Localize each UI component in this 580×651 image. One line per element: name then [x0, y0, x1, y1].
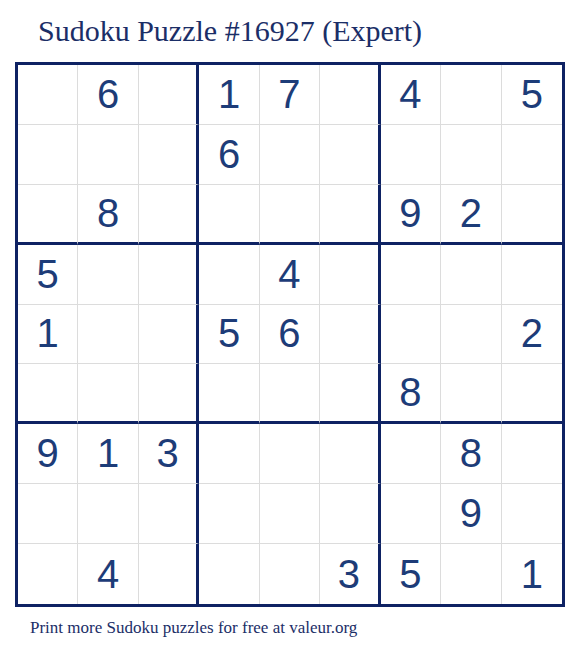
sudoku-cell-r4c4[interactable]: [199, 245, 259, 305]
sudoku-cell-r5c5[interactable]: 6: [260, 305, 320, 365]
sudoku-cell-r2c3[interactable]: [139, 125, 199, 185]
sudoku-cell-r7c6[interactable]: [320, 424, 380, 484]
sudoku-cell-r5c1[interactable]: 1: [18, 305, 78, 365]
sudoku-cell-r1c7[interactable]: 4: [381, 65, 441, 125]
sudoku-cell-r3c4[interactable]: [199, 185, 259, 245]
sudoku-cell-r9c2[interactable]: 4: [78, 544, 138, 604]
sudoku-cell-r3c3[interactable]: [139, 185, 199, 245]
sudoku-cell-r2c8[interactable]: [441, 125, 501, 185]
sudoku-cell-r7c4[interactable]: [199, 424, 259, 484]
sudoku-cell-r1c6[interactable]: [320, 65, 380, 125]
sudoku-cell-r6c3[interactable]: [139, 364, 199, 424]
sudoku-cell-r1c5[interactable]: 7: [260, 65, 320, 125]
sudoku-cell-r8c2[interactable]: [78, 484, 138, 544]
sudoku-cell-r9c1[interactable]: [18, 544, 78, 604]
sudoku-cell-r7c5[interactable]: [260, 424, 320, 484]
sudoku-cell-r8c6[interactable]: [320, 484, 380, 544]
sudoku-cell-r3c6[interactable]: [320, 185, 380, 245]
sudoku-cell-r4c2[interactable]: [78, 245, 138, 305]
sudoku-cell-r2c5[interactable]: [260, 125, 320, 185]
sudoku-cell-r2c1[interactable]: [18, 125, 78, 185]
sudoku-cell-r7c3[interactable]: 3: [139, 424, 199, 484]
sudoku-cell-r6c1[interactable]: [18, 364, 78, 424]
sudoku-cell-r9c4[interactable]: [199, 544, 259, 604]
sudoku-cell-r4c8[interactable]: [441, 245, 501, 305]
sudoku-cell-r9c6[interactable]: 3: [320, 544, 380, 604]
sudoku-cell-r6c2[interactable]: [78, 364, 138, 424]
sudoku-cell-r4c5[interactable]: 4: [260, 245, 320, 305]
sudoku-cell-r4c7[interactable]: [381, 245, 441, 305]
sudoku-cell-r6c8[interactable]: [441, 364, 501, 424]
sudoku-cell-r8c4[interactable]: [199, 484, 259, 544]
sudoku-cell-r5c8[interactable]: [441, 305, 501, 365]
footer-credit: Print more Sudoku puzzles for free at va…: [30, 618, 357, 638]
sudoku-cell-r8c3[interactable]: [139, 484, 199, 544]
sudoku-cell-r4c3[interactable]: [139, 245, 199, 305]
sudoku-cell-r5c7[interactable]: [381, 305, 441, 365]
sudoku-cell-r3c5[interactable]: [260, 185, 320, 245]
sudoku-cell-r2c7[interactable]: [381, 125, 441, 185]
sudoku-cell-r8c8[interactable]: 9: [441, 484, 501, 544]
sudoku-cell-r3c2[interactable]: 8: [78, 185, 138, 245]
sudoku-cell-r7c8[interactable]: 8: [441, 424, 501, 484]
sudoku-cell-r2c4[interactable]: 6: [199, 125, 259, 185]
sudoku-cell-r5c3[interactable]: [139, 305, 199, 365]
sudoku-cell-r5c2[interactable]: [78, 305, 138, 365]
sudoku-cell-r9c7[interactable]: 5: [381, 544, 441, 604]
sudoku-cell-r4c6[interactable]: [320, 245, 380, 305]
sudoku-cell-r3c8[interactable]: 2: [441, 185, 501, 245]
sudoku-cell-r6c4[interactable]: [199, 364, 259, 424]
sudoku-cell-r6c7[interactable]: 8: [381, 364, 441, 424]
sudoku-cell-r3c7[interactable]: 9: [381, 185, 441, 245]
sudoku-cell-r4c9[interactable]: [502, 245, 562, 305]
page-title: Sudoku Puzzle #16927 (Expert): [38, 14, 422, 48]
sudoku-cell-r8c9[interactable]: [502, 484, 562, 544]
sudoku-cell-r3c9[interactable]: [502, 185, 562, 245]
sudoku-cell-r6c9[interactable]: [502, 364, 562, 424]
sudoku-cell-r1c8[interactable]: [441, 65, 501, 125]
sudoku-cell-r7c9[interactable]: [502, 424, 562, 484]
sudoku-cell-r9c5[interactable]: [260, 544, 320, 604]
sudoku-grid: 6174568925415628913894351: [15, 62, 565, 607]
sudoku-cell-r7c1[interactable]: 9: [18, 424, 78, 484]
sudoku-cell-r5c9[interactable]: 2: [502, 305, 562, 365]
sudoku-cell-r4c1[interactable]: 5: [18, 245, 78, 305]
sudoku-cell-r8c1[interactable]: [18, 484, 78, 544]
sudoku-cell-r2c6[interactable]: [320, 125, 380, 185]
sudoku-cell-r6c6[interactable]: [320, 364, 380, 424]
sudoku-cell-r1c9[interactable]: 5: [502, 65, 562, 125]
sudoku-cell-r9c3[interactable]: [139, 544, 199, 604]
sudoku-cell-r9c8[interactable]: [441, 544, 501, 604]
sudoku-cell-r2c2[interactable]: [78, 125, 138, 185]
sudoku-cell-r7c2[interactable]: 1: [78, 424, 138, 484]
sudoku-cell-r3c1[interactable]: [18, 185, 78, 245]
sudoku-cell-r1c2[interactable]: 6: [78, 65, 138, 125]
sudoku-cell-r6c5[interactable]: [260, 364, 320, 424]
sudoku-cell-r8c7[interactable]: [381, 484, 441, 544]
sudoku-cell-r1c1[interactable]: [18, 65, 78, 125]
sudoku-cell-r2c9[interactable]: [502, 125, 562, 185]
sudoku-cell-r1c3[interactable]: [139, 65, 199, 125]
sudoku-cell-r7c7[interactable]: [381, 424, 441, 484]
sudoku-cell-r9c9[interactable]: 1: [502, 544, 562, 604]
sudoku-cell-r1c4[interactable]: 1: [199, 65, 259, 125]
sudoku-cell-r5c4[interactable]: 5: [199, 305, 259, 365]
sudoku-cell-r5c6[interactable]: [320, 305, 380, 365]
sudoku-cell-r8c5[interactable]: [260, 484, 320, 544]
